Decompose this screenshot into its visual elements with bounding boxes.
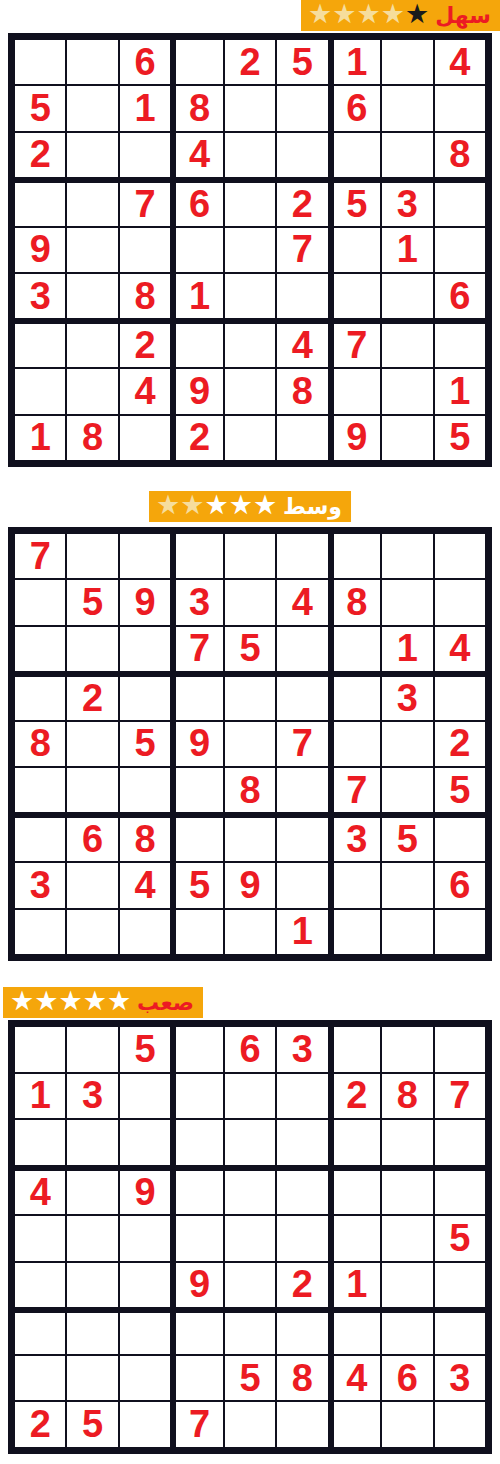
star-icon: ★ [10, 987, 34, 1016]
sudoku-cell[interactable] [435, 179, 485, 226]
sudoku-cell[interactable]: 2 [15, 1402, 65, 1447]
difficulty-label-medium: وسط [283, 491, 342, 522]
star-icon: ★ [204, 491, 228, 520]
sudoku-cell[interactable] [435, 580, 485, 624]
sudoku-cell[interactable] [15, 1263, 65, 1308]
sudoku-cell[interactable] [382, 1027, 432, 1072]
sudoku-cell[interactable] [67, 910, 117, 954]
difficulty-label-hard: صعب [137, 987, 194, 1018]
sudoku-cell[interactable] [277, 416, 327, 460]
sudoku-cell[interactable]: 8 [67, 416, 117, 460]
sudoku-cell[interactable] [277, 1216, 327, 1261]
sudoku-cell[interactable] [435, 320, 485, 367]
sudoku-cell[interactable] [330, 274, 380, 318]
sudoku-cell[interactable]: 7 [435, 1074, 485, 1119]
star-icon: ★ [253, 491, 277, 520]
sudoku-cell[interactable]: 9 [120, 1167, 170, 1214]
sudoku-cell[interactable]: 6 [435, 863, 485, 907]
difficulty-header-easy: ★★★★★ سهل [301, 0, 500, 31]
sudoku-cell[interactable] [172, 1027, 222, 1072]
sudoku-cell[interactable] [67, 133, 117, 177]
sudoku-cell[interactable] [120, 1356, 170, 1401]
sudoku-cell[interactable]: 6 [172, 179, 222, 226]
sudoku-cell[interactable] [225, 534, 275, 578]
star-icon: ★ [180, 491, 204, 520]
sudoku-cell[interactable] [382, 369, 432, 413]
sudoku-cell[interactable]: 5 [435, 1216, 485, 1261]
sudoku-cell[interactable] [120, 673, 170, 720]
sudoku-cell[interactable] [225, 673, 275, 720]
sudoku-cell[interactable] [67, 40, 117, 84]
sudoku-cell[interactable]: 3 [277, 1027, 327, 1072]
sudoku-cell[interactable]: 3 [435, 1356, 485, 1401]
sudoku-cell[interactable] [330, 1216, 380, 1261]
sudoku-cell[interactable]: 5 [435, 768, 485, 812]
sudoku-cell[interactable]: 5 [277, 40, 327, 84]
sudoku-cell[interactable]: 7 [330, 768, 380, 812]
sudoku-cell[interactable]: 8 [277, 369, 327, 413]
sudoku-cell[interactable] [120, 1402, 170, 1447]
sudoku-cell[interactable] [67, 1263, 117, 1308]
sudoku-cell[interactable] [15, 1309, 65, 1354]
sudoku-cell[interactable] [382, 320, 432, 367]
sudoku-cell[interactable]: 1 [382, 228, 432, 272]
sudoku-cell[interactable] [225, 722, 275, 766]
sudoku-cell[interactable] [382, 768, 432, 812]
sudoku-cell[interactable] [382, 40, 432, 84]
sudoku-cell[interactable]: 7 [277, 228, 327, 272]
sudoku-cell[interactable]: 5 [67, 1402, 117, 1447]
sudoku-cell[interactable]: 6 [330, 86, 380, 130]
sudoku-cell[interactable] [67, 228, 117, 272]
sudoku-cell[interactable]: 8 [277, 1356, 327, 1401]
sudoku-cell[interactable] [330, 1120, 380, 1165]
sudoku-cell[interactable]: 2 [67, 673, 117, 720]
star-icon: ★ [34, 987, 58, 1016]
sudoku-cell[interactable] [382, 416, 432, 460]
sudoku-cell[interactable] [15, 40, 65, 84]
sudoku-cell[interactable] [15, 910, 65, 954]
sudoku-grid-medium: 759348751423859728756835345961 [8, 527, 492, 961]
sudoku-cell[interactable]: 9 [120, 580, 170, 624]
sudoku-cell[interactable] [172, 40, 222, 84]
sudoku-cell[interactable]: 2 [225, 40, 275, 84]
sudoku-cell[interactable]: 9 [330, 416, 380, 460]
sudoku-cell[interactable] [382, 1167, 432, 1214]
sudoku-cell[interactable]: 5 [382, 814, 432, 861]
sudoku-cell[interactable]: 4 [120, 863, 170, 907]
sudoku-cell[interactable]: 5 [120, 1027, 170, 1072]
sudoku-cell[interactable]: 2 [172, 416, 222, 460]
star-icon: ★ [58, 987, 82, 1016]
sudoku-cell[interactable]: 7 [120, 179, 170, 226]
difficulty-stars-easy: ★★★★★ [308, 1, 429, 30]
sudoku-cell[interactable] [330, 1402, 380, 1447]
difficulty-stars-hard: ★★★★★ [10, 988, 131, 1017]
sudoku-cell[interactable]: 4 [435, 40, 485, 84]
sudoku-cell[interactable] [382, 1309, 432, 1354]
sudoku-cell[interactable]: 3 [382, 179, 432, 226]
sudoku-cell[interactable]: 3 [15, 274, 65, 318]
sudoku-cell[interactable] [435, 910, 485, 954]
sudoku-cell[interactable] [67, 627, 117, 671]
sudoku-cell[interactable] [435, 1027, 485, 1072]
difficulty-header-hard: ★★★★★ صعب [3, 987, 203, 1018]
sudoku-cell[interactable]: 5 [330, 179, 380, 226]
sudoku-cell[interactable] [225, 86, 275, 130]
sudoku-cell[interactable] [435, 1120, 485, 1165]
sudoku-cell[interactable] [435, 86, 485, 130]
sudoku-cell[interactable] [15, 179, 65, 226]
sudoku-cell[interactable]: 1 [15, 416, 65, 460]
sudoku-cell[interactable] [382, 1402, 432, 1447]
sudoku-cell[interactable] [15, 1216, 65, 1261]
sudoku-cell[interactable]: 6 [67, 814, 117, 861]
sudoku-cell[interactable] [277, 1402, 327, 1447]
sudoku-cell[interactable]: 2 [277, 1263, 327, 1308]
sudoku-cell[interactable] [330, 228, 380, 272]
sudoku-cell[interactable] [277, 814, 327, 861]
sudoku-cell[interactable] [277, 863, 327, 907]
sudoku-cell[interactable]: 5 [120, 722, 170, 766]
sudoku-cell[interactable]: 5 [435, 416, 485, 460]
sudoku-cell[interactable] [277, 673, 327, 720]
star-icon: ★ [83, 987, 107, 1016]
star-icon: ★ [107, 987, 131, 1016]
sudoku-cell[interactable] [120, 133, 170, 177]
sudoku-cell[interactable] [67, 1027, 117, 1072]
sudoku-cell[interactable] [330, 673, 380, 720]
sudoku-cell[interactable]: 3 [67, 1074, 117, 1119]
sudoku-cell[interactable] [382, 863, 432, 907]
sudoku-cell[interactable] [67, 320, 117, 367]
sudoku-cell[interactable] [382, 1263, 432, 1308]
sudoku-cell[interactable] [120, 1216, 170, 1261]
sudoku-cell[interactable]: 8 [120, 814, 170, 861]
sudoku-cell[interactable] [435, 534, 485, 578]
sudoku-cell[interactable]: 1 [172, 274, 222, 318]
sudoku-cell[interactable] [225, 1402, 275, 1447]
sudoku-cell[interactable] [277, 1120, 327, 1165]
sudoku-cell[interactable] [330, 369, 380, 413]
sudoku-cell[interactable]: 4 [435, 627, 485, 671]
sudoku-cell[interactable] [67, 768, 117, 812]
sudoku-cell[interactable] [120, 627, 170, 671]
sudoku-cell[interactable] [330, 863, 380, 907]
sudoku-cell[interactable] [120, 1120, 170, 1165]
sudoku-cell[interactable] [435, 1167, 485, 1214]
sudoku-cell[interactable]: 5 [15, 86, 65, 130]
sudoku-cell[interactable] [15, 627, 65, 671]
sudoku-cell[interactable] [120, 228, 170, 272]
sudoku-cell[interactable]: 9 [225, 863, 275, 907]
sudoku-cell[interactable]: 5 [225, 627, 275, 671]
sudoku-cell[interactable]: 1 [120, 86, 170, 130]
sudoku-cell[interactable] [382, 133, 432, 177]
sudoku-cell[interactable]: 3 [382, 673, 432, 720]
sudoku-cell[interactable] [67, 1120, 117, 1165]
sudoku-cell[interactable] [225, 228, 275, 272]
sudoku-cell[interactable]: 3 [15, 863, 65, 907]
star-icon: ★ [357, 0, 381, 29]
sudoku-cell[interactable] [172, 1356, 222, 1401]
sudoku-cell[interactable] [382, 274, 432, 318]
sudoku-cell[interactable] [225, 1263, 275, 1308]
difficulty-stars-medium: ★★★★★ [156, 492, 277, 521]
sudoku-cell[interactable]: 2 [15, 133, 65, 177]
sudoku-cell[interactable]: 6 [382, 1356, 432, 1401]
sudoku-cell[interactable] [277, 1167, 327, 1214]
sudoku-cell[interactable]: 6 [120, 40, 170, 84]
sudoku-cell[interactable] [67, 1216, 117, 1261]
star-icon: ★ [156, 491, 180, 520]
sudoku-cell[interactable]: 2 [120, 320, 170, 367]
difficulty-header-medium: ★★★★★ وسط [149, 491, 351, 522]
sudoku-cell[interactable] [15, 673, 65, 720]
sudoku-cell[interactable]: 8 [120, 274, 170, 318]
sudoku-grid-easy: 625145186248762539713816247498118295 [8, 33, 492, 467]
sudoku-cell[interactable]: 7 [172, 1402, 222, 1447]
sudoku-cell[interactable]: 8 [225, 768, 275, 812]
sudoku-cell[interactable]: 9 [172, 1263, 222, 1308]
sudoku-cell[interactable] [435, 673, 485, 720]
sudoku-cell[interactable] [15, 369, 65, 413]
sudoku-cell[interactable] [435, 1263, 485, 1308]
sudoku-cell[interactable] [120, 534, 170, 578]
sudoku-cell[interactable] [120, 1263, 170, 1308]
sudoku-cell[interactable]: 4 [15, 1167, 65, 1214]
sudoku-cell[interactable] [67, 274, 117, 318]
sudoku-cell[interactable] [330, 1309, 380, 1354]
sudoku-cell[interactable] [277, 627, 327, 671]
sudoku-cell[interactable] [172, 768, 222, 812]
sudoku-cell[interactable]: 8 [15, 722, 65, 766]
sudoku-cell[interactable] [172, 1216, 222, 1261]
sudoku-cell[interactable]: 7 [172, 627, 222, 671]
star-icon: ★ [308, 0, 332, 29]
sudoku-cell[interactable]: 2 [330, 1074, 380, 1119]
sudoku-cell[interactable] [172, 228, 222, 272]
sudoku-cell[interactable]: 3 [172, 580, 222, 624]
sudoku-cell[interactable] [330, 627, 380, 671]
sudoku-cell[interactable] [67, 1309, 117, 1354]
sudoku-cell[interactable] [225, 1216, 275, 1261]
sudoku-cell[interactable] [225, 1120, 275, 1165]
sudoku-cell[interactable]: 5 [172, 863, 222, 907]
sudoku-cell[interactable]: 9 [172, 722, 222, 766]
sudoku-cell[interactable]: 4 [172, 133, 222, 177]
sudoku-cell[interactable]: 6 [225, 1027, 275, 1072]
sudoku-cell[interactable] [67, 179, 117, 226]
sudoku-cell[interactable]: 2 [435, 722, 485, 766]
sudoku-cell[interactable] [120, 910, 170, 954]
sudoku-cell[interactable] [225, 133, 275, 177]
sudoku-cell[interactable] [225, 1309, 275, 1354]
sudoku-cell[interactable] [15, 768, 65, 812]
sudoku-grid-hard: 5631328749592158463257 [8, 1020, 492, 1454]
sudoku-cell[interactable] [382, 1216, 432, 1261]
sudoku-cell[interactable] [277, 534, 327, 578]
sudoku-cell[interactable] [382, 722, 432, 766]
sudoku-cell[interactable] [277, 1074, 327, 1119]
sudoku-cell[interactable]: 8 [172, 86, 222, 130]
sudoku-cell[interactable] [67, 863, 117, 907]
sudoku-cell[interactable]: 8 [382, 1074, 432, 1119]
sudoku-cell[interactable] [330, 910, 380, 954]
sudoku-cell[interactable]: 8 [330, 580, 380, 624]
sudoku-cell[interactable]: 1 [382, 627, 432, 671]
sudoku-cell[interactable] [225, 179, 275, 226]
sudoku-cell[interactable]: 6 [435, 274, 485, 318]
sudoku-cell[interactable]: 7 [277, 722, 327, 766]
sudoku-cell[interactable]: 1 [277, 910, 327, 954]
sudoku-cell[interactable] [225, 320, 275, 367]
sudoku-cell[interactable] [15, 1027, 65, 1072]
sudoku-cell[interactable] [67, 722, 117, 766]
sudoku-cell[interactable] [120, 1309, 170, 1354]
sudoku-cell[interactable]: 2 [277, 179, 327, 226]
sudoku-cell[interactable] [330, 1167, 380, 1214]
sudoku-cell[interactable]: 9 [15, 228, 65, 272]
sudoku-cell[interactable] [67, 534, 117, 578]
sudoku-cell[interactable] [435, 228, 485, 272]
sudoku-cell[interactable] [330, 534, 380, 578]
difficulty-label-easy: سهل [435, 0, 491, 31]
sudoku-cell[interactable]: 1 [15, 1074, 65, 1119]
sudoku-cell[interactable] [225, 1074, 275, 1119]
sudoku-cell[interactable] [225, 274, 275, 318]
sudoku-cell[interactable] [172, 910, 222, 954]
sudoku-cell[interactable] [120, 1074, 170, 1119]
sudoku-cell[interactable] [172, 814, 222, 861]
sudoku-cell[interactable] [277, 86, 327, 130]
sudoku-cell[interactable] [435, 814, 485, 861]
sudoku-cell[interactable]: 3 [330, 814, 380, 861]
sudoku-cell[interactable] [15, 580, 65, 624]
sudoku-cell[interactable] [67, 1167, 117, 1214]
sudoku-cell[interactable] [120, 416, 170, 460]
sudoku-cell[interactable]: 4 [330, 1356, 380, 1401]
sudoku-cell[interactable] [225, 814, 275, 861]
star-icon: ★ [332, 0, 356, 29]
sudoku-cell[interactable]: 4 [120, 369, 170, 413]
sudoku-cell[interactable] [330, 1027, 380, 1072]
sudoku-cell[interactable] [382, 86, 432, 130]
sudoku-cell[interactable]: 4 [277, 320, 327, 367]
sudoku-cell[interactable]: 5 [225, 1356, 275, 1401]
sudoku-cell[interactable] [225, 580, 275, 624]
sudoku-cell[interactable] [382, 1120, 432, 1165]
sudoku-cell[interactable]: 9 [172, 369, 222, 413]
sudoku-cell[interactable] [15, 814, 65, 861]
sudoku-cell[interactable] [172, 1074, 222, 1119]
sudoku-cell[interactable] [172, 534, 222, 578]
sudoku-cell[interactable]: 4 [277, 580, 327, 624]
sudoku-cell[interactable] [277, 274, 327, 318]
sudoku-cell[interactable] [67, 1356, 117, 1401]
sudoku-cell[interactable] [277, 1309, 327, 1354]
sudoku-cell[interactable] [67, 369, 117, 413]
sudoku-cell[interactable] [120, 768, 170, 812]
sudoku-cell[interactable] [277, 768, 327, 812]
sudoku-cell[interactable] [435, 1402, 485, 1447]
star-icon: ★ [381, 0, 405, 29]
sudoku-cell[interactable]: 5 [67, 580, 117, 624]
sudoku-cell[interactable]: 1 [435, 369, 485, 413]
sudoku-cell[interactable] [225, 416, 275, 460]
sudoku-cell[interactable] [435, 1309, 485, 1354]
sudoku-cell[interactable] [15, 1120, 65, 1165]
sudoku-cell[interactable] [67, 86, 117, 130]
sudoku-cell[interactable] [172, 1120, 222, 1165]
sudoku-cell[interactable] [225, 369, 275, 413]
sudoku-cell[interactable] [382, 910, 432, 954]
sudoku-cell[interactable] [330, 133, 380, 177]
sudoku-cell[interactable] [382, 534, 432, 578]
sudoku-cell[interactable] [225, 1167, 275, 1214]
sudoku-cell[interactable]: 7 [330, 320, 380, 367]
sudoku-cell[interactable] [172, 673, 222, 720]
sudoku-cell[interactable] [225, 910, 275, 954]
sudoku-cell[interactable] [15, 320, 65, 367]
sudoku-cell[interactable]: 1 [330, 40, 380, 84]
sudoku-cell[interactable] [277, 133, 327, 177]
sudoku-cell[interactable]: 1 [330, 1263, 380, 1308]
sudoku-cell[interactable] [172, 320, 222, 367]
sudoku-cell[interactable] [172, 1309, 222, 1354]
sudoku-cell[interactable] [15, 1356, 65, 1401]
sudoku-cell[interactable]: 8 [435, 133, 485, 177]
sudoku-cell[interactable] [172, 1167, 222, 1214]
sudoku-cell[interactable] [382, 580, 432, 624]
star-icon: ★ [229, 491, 253, 520]
sudoku-cell[interactable]: 7 [15, 534, 65, 578]
star-icon: ★ [405, 0, 429, 29]
sudoku-cell[interactable] [330, 722, 380, 766]
